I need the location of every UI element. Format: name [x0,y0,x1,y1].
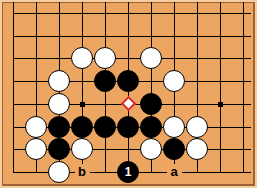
white-stone [94,47,116,69]
white-stone [25,138,47,160]
white-stone [48,70,70,92]
go-board-diagram: 1ba [0,0,257,188]
black-stone [117,70,139,92]
white-stone [140,138,162,160]
grid-line-vertical [220,2,221,173]
red-diamond-marker-icon [120,96,136,112]
white-stone [186,138,208,160]
hoshi-point [218,102,223,107]
grid-line-horizontal [13,58,251,59]
white-stone [186,116,208,138]
black-stone [94,116,116,138]
black-stone [140,116,162,138]
black-stone [71,116,93,138]
black-stone [117,116,139,138]
white-stone [48,93,70,115]
black-stone [48,138,70,160]
white-stone [71,47,93,69]
grid-line-vertical [13,2,14,173]
black-stone [48,116,70,138]
black-stone [140,93,162,115]
white-stone [163,70,185,92]
white-stone [163,116,185,138]
white-stone [140,47,162,69]
grid-line-vertical [243,2,244,173]
move-1-stone: 1 [117,161,139,183]
black-stone [94,70,116,92]
point-label-a: a [167,164,182,180]
hoshi-point [80,102,85,107]
point-label-b: b [75,164,90,180]
black-stone [163,138,185,160]
white-stone [71,138,93,160]
grid-line-horizontal [13,13,251,14]
white-stone [48,161,70,183]
grid-line-horizontal [13,36,251,37]
white-stone [25,116,47,138]
